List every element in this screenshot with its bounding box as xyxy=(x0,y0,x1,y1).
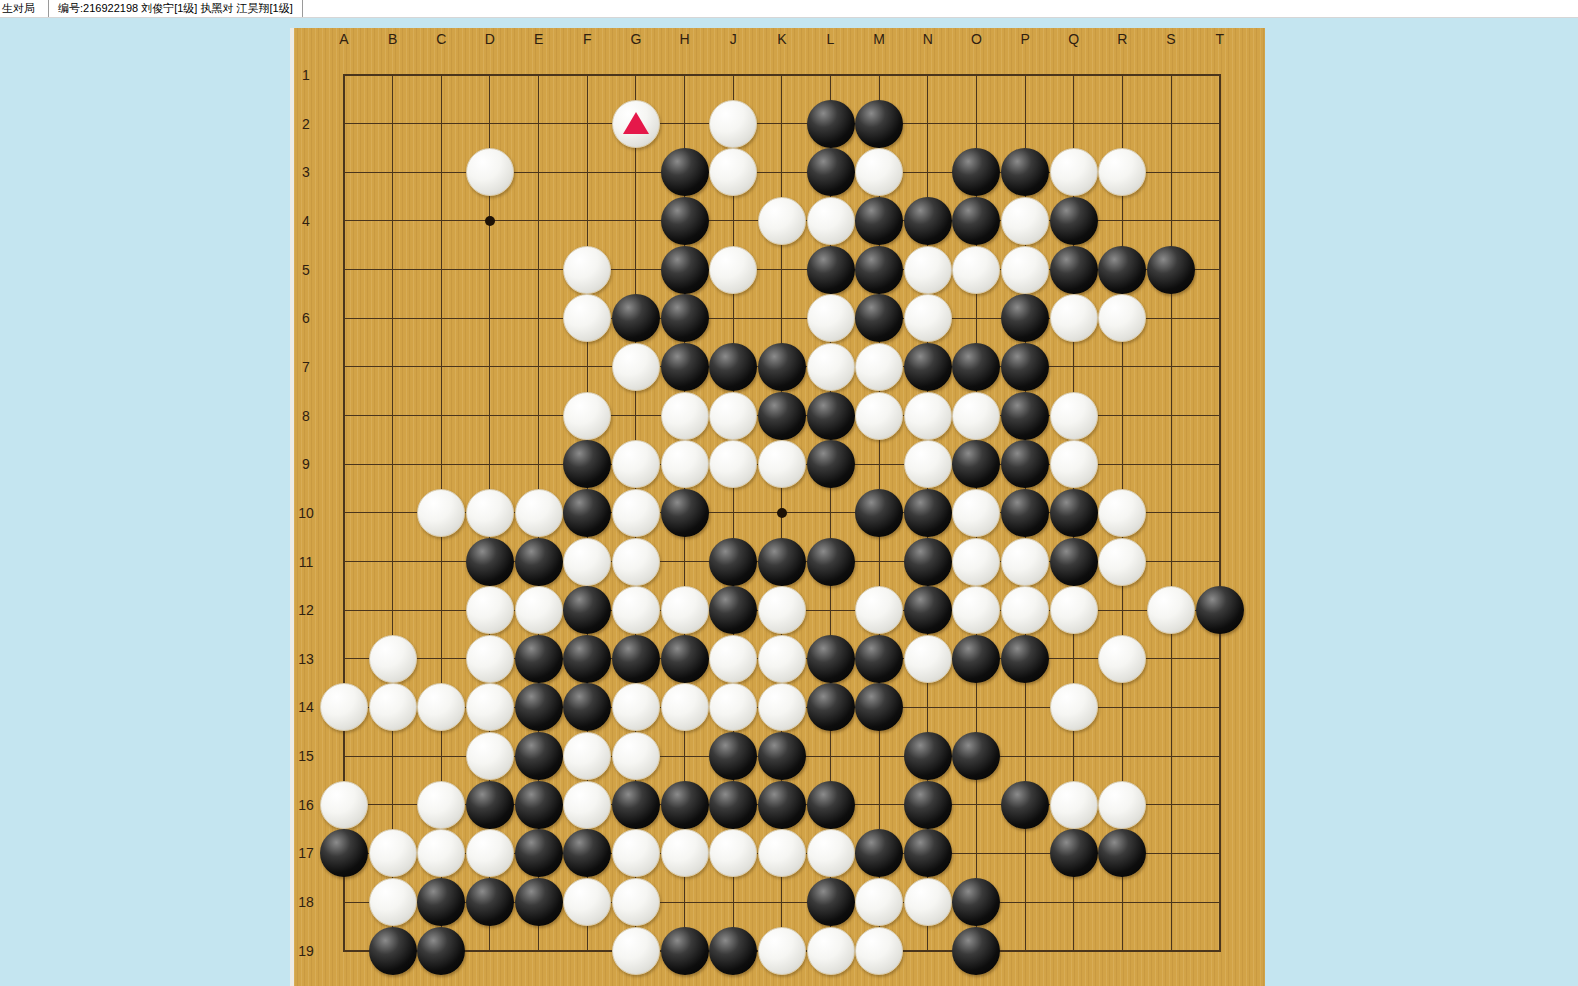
col-label-M: M xyxy=(862,31,896,47)
stone-N13 xyxy=(904,635,952,683)
stone-T12 xyxy=(1196,586,1244,634)
col-label-O: O xyxy=(959,31,993,47)
row-label-18: 18 xyxy=(289,894,323,910)
stone-L3 xyxy=(807,148,855,196)
stone-N10 xyxy=(904,489,952,537)
stone-M5 xyxy=(855,246,903,294)
stone-K8 xyxy=(758,392,806,440)
stone-G16 xyxy=(612,781,660,829)
stone-O19 xyxy=(952,927,1000,975)
stone-N5 xyxy=(904,246,952,294)
stone-D11 xyxy=(466,538,514,586)
stone-L17 xyxy=(807,829,855,877)
stone-O8 xyxy=(952,392,1000,440)
stone-E17 xyxy=(515,829,563,877)
stone-Q4 xyxy=(1050,197,1098,245)
stone-F17 xyxy=(563,829,611,877)
stone-O12 xyxy=(952,586,1000,634)
stone-S5 xyxy=(1147,246,1195,294)
stone-G17 xyxy=(612,829,660,877)
stone-P5 xyxy=(1001,246,1049,294)
stone-P13 xyxy=(1001,635,1049,683)
row-label-11: 11 xyxy=(289,554,323,570)
stone-G12 xyxy=(612,586,660,634)
stone-L11 xyxy=(807,538,855,586)
stone-L2 xyxy=(807,100,855,148)
stone-D3 xyxy=(466,148,514,196)
stone-J2 xyxy=(709,100,757,148)
stone-B19 xyxy=(369,927,417,975)
stone-M14 xyxy=(855,683,903,731)
row-label-9: 9 xyxy=(289,456,323,472)
row-label-2: 2 xyxy=(289,116,323,132)
stone-N7 xyxy=(904,343,952,391)
stone-N16 xyxy=(904,781,952,829)
stone-D15 xyxy=(466,732,514,780)
stone-N6 xyxy=(904,294,952,342)
stone-M8 xyxy=(855,392,903,440)
stone-M12 xyxy=(855,586,903,634)
stone-D16 xyxy=(466,781,514,829)
stone-L14 xyxy=(807,683,855,731)
stone-C10 xyxy=(417,489,465,537)
stone-Q12 xyxy=(1050,586,1098,634)
stone-N8 xyxy=(904,392,952,440)
row-label-3: 3 xyxy=(289,164,323,180)
stone-M18 xyxy=(855,878,903,926)
stone-F8 xyxy=(563,392,611,440)
stone-R10 xyxy=(1098,489,1146,537)
row-label-8: 8 xyxy=(289,408,323,424)
col-label-L: L xyxy=(814,31,848,47)
stone-O13 xyxy=(952,635,1000,683)
stone-D17 xyxy=(466,829,514,877)
stone-Q10 xyxy=(1050,489,1098,537)
stone-K17 xyxy=(758,829,806,877)
stone-R11 xyxy=(1098,538,1146,586)
stone-F18 xyxy=(563,878,611,926)
stone-E18 xyxy=(515,878,563,926)
stone-O10 xyxy=(952,489,1000,537)
row-label-15: 15 xyxy=(289,748,323,764)
star-point xyxy=(777,508,787,518)
stone-N15 xyxy=(904,732,952,780)
stone-P7 xyxy=(1001,343,1049,391)
stone-C19 xyxy=(417,927,465,975)
stone-A16 xyxy=(320,781,368,829)
stone-H4 xyxy=(661,197,709,245)
stone-K15 xyxy=(758,732,806,780)
stone-J5 xyxy=(709,246,757,294)
stone-H10 xyxy=(661,489,709,537)
stone-O3 xyxy=(952,148,1000,196)
col-label-F: F xyxy=(570,31,604,47)
stone-H6 xyxy=(661,294,709,342)
stone-B14 xyxy=(369,683,417,731)
stone-Q11 xyxy=(1050,538,1098,586)
stone-E16 xyxy=(515,781,563,829)
grid-line xyxy=(1219,74,1221,952)
stone-Q9 xyxy=(1050,440,1098,488)
stone-H19 xyxy=(661,927,709,975)
stone-B17 xyxy=(369,829,417,877)
col-label-T: T xyxy=(1203,31,1237,47)
stone-M2 xyxy=(855,100,903,148)
row-label-4: 4 xyxy=(289,213,323,229)
row-label-5: 5 xyxy=(289,262,323,278)
stone-J3 xyxy=(709,148,757,196)
stone-H14 xyxy=(661,683,709,731)
stone-S12 xyxy=(1147,586,1195,634)
stone-P10 xyxy=(1001,489,1049,537)
col-label-B: B xyxy=(376,31,410,47)
go-board[interactable]: A1B2C3D4E5F6G7H8J9K10L11M12N13O14P15Q16R… xyxy=(294,28,1265,986)
col-label-J: J xyxy=(716,31,750,47)
stone-O4 xyxy=(952,197,1000,245)
stone-N12 xyxy=(904,586,952,634)
col-label-G: G xyxy=(619,31,653,47)
col-label-S: S xyxy=(1154,31,1188,47)
stone-P8 xyxy=(1001,392,1049,440)
stone-P4 xyxy=(1001,197,1049,245)
stone-R17 xyxy=(1098,829,1146,877)
stone-C16 xyxy=(417,781,465,829)
row-label-16: 16 xyxy=(289,797,323,813)
stone-G7 xyxy=(612,343,660,391)
stone-H3 xyxy=(661,148,709,196)
stone-J12 xyxy=(709,586,757,634)
col-label-P: P xyxy=(1008,31,1042,47)
row-label-12: 12 xyxy=(289,602,323,618)
stone-J19 xyxy=(709,927,757,975)
stone-E15 xyxy=(515,732,563,780)
stone-L9 xyxy=(807,440,855,488)
stone-K12 xyxy=(758,586,806,634)
stone-H7 xyxy=(661,343,709,391)
stone-J9 xyxy=(709,440,757,488)
stone-K13 xyxy=(758,635,806,683)
stone-R13 xyxy=(1098,635,1146,683)
stone-G18 xyxy=(612,878,660,926)
stone-D10 xyxy=(466,489,514,537)
stone-Q17 xyxy=(1050,829,1098,877)
stone-P6 xyxy=(1001,294,1049,342)
stone-F11 xyxy=(563,538,611,586)
stone-E13 xyxy=(515,635,563,683)
stone-N9 xyxy=(904,440,952,488)
stone-J17 xyxy=(709,829,757,877)
stone-L6 xyxy=(807,294,855,342)
stone-Q14 xyxy=(1050,683,1098,731)
stone-F5 xyxy=(563,246,611,294)
stone-M4 xyxy=(855,197,903,245)
stone-H12 xyxy=(661,586,709,634)
stone-K19 xyxy=(758,927,806,975)
stone-L5 xyxy=(807,246,855,294)
stone-D18 xyxy=(466,878,514,926)
stone-M17 xyxy=(855,829,903,877)
stone-N4 xyxy=(904,197,952,245)
stone-G13 xyxy=(612,635,660,683)
row-label-14: 14 xyxy=(289,699,323,715)
stone-N11 xyxy=(904,538,952,586)
col-label-E: E xyxy=(522,31,556,47)
stone-M7 xyxy=(855,343,903,391)
row-label-19: 19 xyxy=(289,943,323,959)
tab-student-games[interactable]: 生对局 xyxy=(0,0,49,17)
stone-E14 xyxy=(515,683,563,731)
stone-L8 xyxy=(807,392,855,440)
stone-Q8 xyxy=(1050,392,1098,440)
col-label-C: C xyxy=(424,31,458,47)
stone-O7 xyxy=(952,343,1000,391)
stone-H16 xyxy=(661,781,709,829)
stone-M6 xyxy=(855,294,903,342)
stone-P11 xyxy=(1001,538,1049,586)
col-label-A: A xyxy=(327,31,361,47)
col-label-H: H xyxy=(668,31,702,47)
stone-F12 xyxy=(563,586,611,634)
stone-O5 xyxy=(952,246,1000,294)
stone-R16 xyxy=(1098,781,1146,829)
stone-M19 xyxy=(855,927,903,975)
stone-P12 xyxy=(1001,586,1049,634)
stone-R3 xyxy=(1098,148,1146,196)
stone-G19 xyxy=(612,927,660,975)
stone-E10 xyxy=(515,489,563,537)
stone-O11 xyxy=(952,538,1000,586)
stone-P16 xyxy=(1001,781,1049,829)
row-label-1: 1 xyxy=(289,67,323,83)
stone-G10 xyxy=(612,489,660,537)
stone-L19 xyxy=(807,927,855,975)
stone-L18 xyxy=(807,878,855,926)
stone-L13 xyxy=(807,635,855,683)
stone-J16 xyxy=(709,781,757,829)
stone-J7 xyxy=(709,343,757,391)
row-label-6: 6 xyxy=(289,310,323,326)
stone-E12 xyxy=(515,586,563,634)
stone-G14 xyxy=(612,683,660,731)
stone-L4 xyxy=(807,197,855,245)
stone-Q6 xyxy=(1050,294,1098,342)
stone-J15 xyxy=(709,732,757,780)
col-label-D: D xyxy=(473,31,507,47)
stone-R6 xyxy=(1098,294,1146,342)
stone-H9 xyxy=(661,440,709,488)
stone-L16 xyxy=(807,781,855,829)
stone-Q16 xyxy=(1050,781,1098,829)
stone-A14 xyxy=(320,683,368,731)
stone-M13 xyxy=(855,635,903,683)
stone-F15 xyxy=(563,732,611,780)
stone-P9 xyxy=(1001,440,1049,488)
last-move-marker xyxy=(623,112,649,134)
stone-F16 xyxy=(563,781,611,829)
col-label-R: R xyxy=(1105,31,1139,47)
stone-H17 xyxy=(661,829,709,877)
stone-J11 xyxy=(709,538,757,586)
col-label-Q: Q xyxy=(1057,31,1091,47)
col-label-K: K xyxy=(765,31,799,47)
stone-R5 xyxy=(1098,246,1146,294)
stone-P3 xyxy=(1001,148,1049,196)
stone-H13 xyxy=(661,635,709,683)
stone-F14 xyxy=(563,683,611,731)
stone-Q3 xyxy=(1050,148,1098,196)
stone-E11 xyxy=(515,538,563,586)
stone-G11 xyxy=(612,538,660,586)
stone-C14 xyxy=(417,683,465,731)
star-point xyxy=(485,216,495,226)
stone-K7 xyxy=(758,343,806,391)
stone-O15 xyxy=(952,732,1000,780)
stone-O9 xyxy=(952,440,1000,488)
stone-F6 xyxy=(563,294,611,342)
tab-bar: 生对局 编号:216922198 刘俊宁[1级] 执黑对 江昊翔[1级] xyxy=(0,0,1578,18)
grid-line xyxy=(1171,74,1172,952)
row-label-7: 7 xyxy=(289,359,323,375)
stone-K14 xyxy=(758,683,806,731)
stone-L7 xyxy=(807,343,855,391)
stone-G9 xyxy=(612,440,660,488)
stone-K9 xyxy=(758,440,806,488)
stone-N17 xyxy=(904,829,952,877)
stone-J8 xyxy=(709,392,757,440)
stone-O18 xyxy=(952,878,1000,926)
stone-D12 xyxy=(466,586,514,634)
stone-F13 xyxy=(563,635,611,683)
stone-Q5 xyxy=(1050,246,1098,294)
stone-K16 xyxy=(758,781,806,829)
tab-game-info[interactable]: 编号:216922198 刘俊宁[1级] 执黑对 江昊翔[1级] xyxy=(49,0,303,17)
stone-K11 xyxy=(758,538,806,586)
stone-N18 xyxy=(904,878,952,926)
stone-C17 xyxy=(417,829,465,877)
stone-K4 xyxy=(758,197,806,245)
stone-A17 xyxy=(320,829,368,877)
stone-M10 xyxy=(855,489,903,537)
stone-J13 xyxy=(709,635,757,683)
col-label-N: N xyxy=(911,31,945,47)
row-label-10: 10 xyxy=(289,505,323,521)
row-label-17: 17 xyxy=(289,845,323,861)
stone-D14 xyxy=(466,683,514,731)
stone-H8 xyxy=(661,392,709,440)
stone-G15 xyxy=(612,732,660,780)
stone-H5 xyxy=(661,246,709,294)
stone-B13 xyxy=(369,635,417,683)
stone-B18 xyxy=(369,878,417,926)
stone-G6 xyxy=(612,294,660,342)
stone-D13 xyxy=(466,635,514,683)
stone-M3 xyxy=(855,148,903,196)
stone-F10 xyxy=(563,489,611,537)
stone-C18 xyxy=(417,878,465,926)
stone-F9 xyxy=(563,440,611,488)
stone-J14 xyxy=(709,683,757,731)
row-label-13: 13 xyxy=(289,651,323,667)
